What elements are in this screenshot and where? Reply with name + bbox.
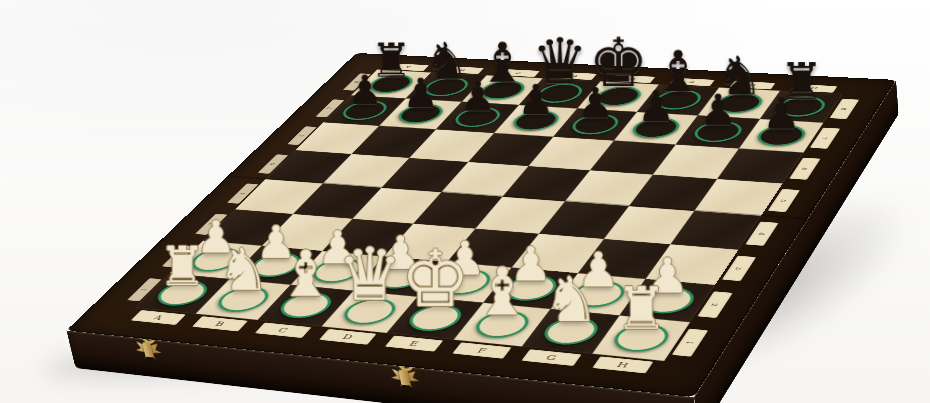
piece-white-queen[interactable]: ♛ [337, 239, 402, 312]
file-label-d: D [319, 329, 377, 345]
scene-rotation: ABCDEFGH ABCDEFGH 87654321 87654321 ♜♞♝♛… [0, 0, 930, 403]
square-h4[interactable] [670, 211, 761, 250]
scene: ABCDEFGH ABCDEFGH 87654321 87654321 ♜♞♝♛… [0, 0, 930, 403]
square-e1[interactable]: ♚ [387, 297, 484, 340]
file-label-b: B [192, 316, 248, 331]
piece-black-pawn[interactable]: ♟ [347, 70, 383, 110]
photo-canvas: ABCDEFGH ABCDEFGH 87654321 87654321 ♜♞♝♛… [0, 0, 930, 403]
piece-white-knight[interactable]: ♞ [217, 241, 269, 300]
clasp-latch-icon [399, 370, 411, 386]
file-label-c: C [255, 322, 312, 338]
piece-white-bishop[interactable]: ♝ [277, 242, 334, 305]
piece-white-king[interactable]: ♚ [400, 240, 470, 318]
piece-black-pawn[interactable]: ♟ [402, 73, 438, 114]
piece-black-pawn[interactable]: ♟ [577, 82, 615, 124]
piece-white-knight[interactable]: ♞ [543, 269, 599, 331]
piece-black-pawn[interactable]: ♟ [762, 92, 801, 135]
piece-white-rook[interactable]: ♜ [158, 240, 206, 294]
square-e7[interactable]: ♟ [553, 108, 637, 140]
piece-black-pawn[interactable]: ♟ [699, 89, 737, 132]
square-d5[interactable] [441, 162, 528, 197]
piece-black-pawn[interactable]: ♟ [459, 76, 496, 117]
brass-clasp-icon [387, 357, 424, 398]
file-label-e: E [385, 336, 443, 352]
piece-black-pawn[interactable]: ♟ [637, 85, 675, 127]
square-e4[interactable] [475, 197, 565, 234]
file-label-a: A [131, 310, 186, 325]
board-box-top: ABCDEFGH ABCDEFGH 87654321 87654321 ♜♞♝♛… [66, 53, 896, 397]
rank-label-5: 5 [768, 189, 800, 212]
piece-white-bishop[interactable]: ♝ [473, 259, 532, 325]
clasp-latch-icon [142, 342, 153, 357]
brass-clasp-icon [131, 330, 166, 369]
board-grid: ♜♞♝♛♚♝♞♜♟♟♟♟♟♟♟♟♟♟♟♟♟♟♟♟♜♞♝♛♚♝♞♜ [135, 70, 843, 361]
piece-black-pawn[interactable]: ♟ [517, 79, 554, 121]
square-g6[interactable] [653, 144, 739, 179]
piece-white-rook[interactable]: ♜ [615, 279, 667, 337]
